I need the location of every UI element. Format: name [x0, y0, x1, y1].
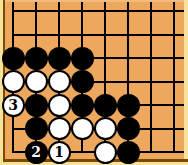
- stone-white: [25, 70, 48, 93]
- stone-white: [48, 117, 71, 140]
- stone-white: [48, 70, 71, 93]
- stone-black: [94, 94, 117, 117]
- stone-black: [2, 47, 25, 70]
- stone-white: [71, 117, 94, 140]
- stone-white: [48, 94, 71, 117]
- stone-black: [25, 117, 48, 140]
- go-board-diagram: 321: [0, 0, 188, 165]
- stones-layer: 321: [2, 0, 186, 164]
- stone-black: [25, 47, 48, 70]
- stone-black-move-2: 2: [25, 141, 48, 164]
- stone-white-move-1: 1: [48, 141, 71, 164]
- stone-black: [71, 70, 94, 93]
- stone-black: [25, 94, 48, 117]
- stone-white: [94, 141, 117, 164]
- stone-black: [71, 47, 94, 70]
- stone-black: [48, 47, 71, 70]
- stone-black: [117, 117, 140, 140]
- stone-white-move-3: 3: [2, 94, 25, 117]
- stone-white: [94, 117, 117, 140]
- stone-black: [117, 141, 140, 164]
- stone-black: [71, 94, 94, 117]
- stone-white: [2, 70, 25, 93]
- stone-black: [117, 94, 140, 117]
